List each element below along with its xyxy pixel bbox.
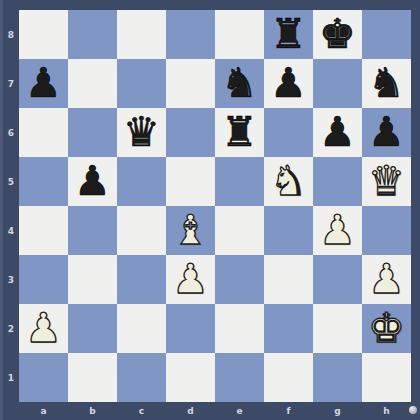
- square-f4[interactable]: [264, 206, 313, 255]
- square-h1[interactable]: [362, 353, 411, 402]
- square-d4[interactable]: ♝: [166, 206, 215, 255]
- square-h5[interactable]: ♛: [362, 157, 411, 206]
- rank-label-7: 7: [0, 59, 19, 108]
- rank-label-2: 2: [0, 304, 19, 353]
- square-g3[interactable]: [313, 255, 362, 304]
- square-c7[interactable]: [117, 59, 166, 108]
- file-label-e: e: [215, 402, 264, 420]
- square-a1[interactable]: [19, 353, 68, 402]
- piece-black-rook-e6[interactable]: ♜: [215, 108, 264, 157]
- square-a4[interactable]: [19, 206, 68, 255]
- piece-black-pawn-g6[interactable]: ♟: [313, 108, 362, 157]
- square-b7[interactable]: [68, 59, 117, 108]
- rank-label-8: 8: [0, 10, 19, 59]
- rank-label-3: 3: [0, 255, 19, 304]
- square-f7[interactable]: ♟: [264, 59, 313, 108]
- piece-black-queen-c6[interactable]: ♛: [117, 108, 166, 157]
- square-c6[interactable]: ♛: [117, 108, 166, 157]
- square-e3[interactable]: [215, 255, 264, 304]
- square-b5[interactable]: ♟: [68, 157, 117, 206]
- corner-dot-icon: [409, 406, 417, 414]
- square-f8[interactable]: ♜: [264, 10, 313, 59]
- square-d8[interactable]: [166, 10, 215, 59]
- piece-white-pawn-a2[interactable]: ♟: [19, 304, 68, 353]
- square-c8[interactable]: [117, 10, 166, 59]
- piece-black-pawn-f7[interactable]: ♟: [264, 59, 313, 108]
- square-f5[interactable]: ♞: [264, 157, 313, 206]
- square-d5[interactable]: [166, 157, 215, 206]
- rank-label-1: 1: [0, 353, 19, 402]
- square-d2[interactable]: [166, 304, 215, 353]
- piece-black-knight-e7[interactable]: ♞: [215, 59, 264, 108]
- square-g6[interactable]: ♟: [313, 108, 362, 157]
- square-b2[interactable]: [68, 304, 117, 353]
- piece-white-pawn-g4[interactable]: ♟: [313, 206, 362, 255]
- square-e1[interactable]: [215, 353, 264, 402]
- piece-white-pawn-h3[interactable]: ♟: [362, 255, 411, 304]
- rank-label-4: 4: [0, 206, 19, 255]
- piece-white-knight-f5[interactable]: ♞: [264, 157, 313, 206]
- piece-black-knight-h7[interactable]: ♞: [362, 59, 411, 108]
- square-f6[interactable]: [264, 108, 313, 157]
- square-b4[interactable]: [68, 206, 117, 255]
- piece-black-pawn-h6[interactable]: ♟: [362, 108, 411, 157]
- piece-white-king-h2[interactable]: ♚: [362, 304, 411, 353]
- piece-white-bishop-d4[interactable]: ♝: [166, 206, 215, 255]
- square-d6[interactable]: [166, 108, 215, 157]
- piece-white-pawn-d3[interactable]: ♟: [166, 255, 215, 304]
- piece-black-pawn-a7[interactable]: ♟: [19, 59, 68, 108]
- square-e7[interactable]: ♞: [215, 59, 264, 108]
- square-h7[interactable]: ♞: [362, 59, 411, 108]
- file-labels: abcdefgh: [19, 402, 411, 420]
- square-e2[interactable]: [215, 304, 264, 353]
- file-label-h: h: [362, 402, 411, 420]
- chess-board[interactable]: ♜♚♟♞♟♞♛♜♟♟♟♞♛♝♟♟♟♟♚: [19, 10, 411, 402]
- square-g8[interactable]: ♚: [313, 10, 362, 59]
- piece-black-pawn-b5[interactable]: ♟: [68, 157, 117, 206]
- file-label-a: a: [19, 402, 68, 420]
- square-b6[interactable]: [68, 108, 117, 157]
- square-d3[interactable]: ♟: [166, 255, 215, 304]
- square-c5[interactable]: [117, 157, 166, 206]
- square-d7[interactable]: [166, 59, 215, 108]
- square-e8[interactable]: [215, 10, 264, 59]
- square-g2[interactable]: [313, 304, 362, 353]
- square-c2[interactable]: [117, 304, 166, 353]
- file-label-d: d: [166, 402, 215, 420]
- piece-white-queen-h5[interactable]: ♛: [362, 157, 411, 206]
- file-label-g: g: [313, 402, 362, 420]
- rank-labels: 87654321: [0, 10, 19, 402]
- file-label-b: b: [68, 402, 117, 420]
- square-a5[interactable]: [19, 157, 68, 206]
- square-b3[interactable]: [68, 255, 117, 304]
- square-a6[interactable]: [19, 108, 68, 157]
- square-h2[interactable]: ♚: [362, 304, 411, 353]
- square-f1[interactable]: [264, 353, 313, 402]
- square-g1[interactable]: [313, 353, 362, 402]
- square-g4[interactable]: ♟: [313, 206, 362, 255]
- square-a8[interactable]: [19, 10, 68, 59]
- square-h4[interactable]: [362, 206, 411, 255]
- rank-label-5: 5: [0, 157, 19, 206]
- square-a3[interactable]: [19, 255, 68, 304]
- file-label-c: c: [117, 402, 166, 420]
- square-b1[interactable]: [68, 353, 117, 402]
- square-e6[interactable]: ♜: [215, 108, 264, 157]
- file-label-f: f: [264, 402, 313, 420]
- square-h8[interactable]: [362, 10, 411, 59]
- rank-label-6: 6: [0, 108, 19, 157]
- square-g5[interactable]: [313, 157, 362, 206]
- square-h3[interactable]: ♟: [362, 255, 411, 304]
- square-c4[interactable]: [117, 206, 166, 255]
- square-e5[interactable]: [215, 157, 264, 206]
- square-a7[interactable]: ♟: [19, 59, 68, 108]
- piece-black-rook-f8[interactable]: ♜: [264, 10, 313, 59]
- square-a2[interactable]: ♟: [19, 304, 68, 353]
- square-d1[interactable]: [166, 353, 215, 402]
- square-g7[interactable]: [313, 59, 362, 108]
- piece-black-king-g8[interactable]: ♚: [313, 10, 362, 59]
- square-f3[interactable]: [264, 255, 313, 304]
- square-c3[interactable]: [117, 255, 166, 304]
- square-c1[interactable]: [117, 353, 166, 402]
- square-f2[interactable]: [264, 304, 313, 353]
- square-b8[interactable]: [68, 10, 117, 59]
- square-e4[interactable]: [215, 206, 264, 255]
- square-h6[interactable]: ♟: [362, 108, 411, 157]
